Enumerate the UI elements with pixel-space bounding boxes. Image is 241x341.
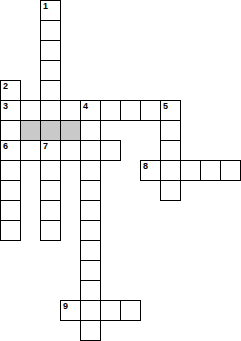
crossword-cell[interactable] <box>40 40 61 61</box>
crossword-cell[interactable] <box>100 300 121 321</box>
crossword-cell[interactable] <box>80 120 101 141</box>
clue-number: 7 <box>43 142 48 151</box>
crossword-cell[interactable] <box>80 140 101 161</box>
crossword-cell[interactable] <box>20 140 41 161</box>
shaded-cell <box>60 120 81 141</box>
crossword-cell[interactable] <box>80 260 101 281</box>
clue-number: 1 <box>43 2 48 11</box>
crossword-cell[interactable] <box>40 200 61 221</box>
crossword-cell[interactable]: 7 <box>40 140 61 161</box>
crossword-cell[interactable] <box>100 100 121 121</box>
crossword-cell[interactable]: 4 <box>80 100 101 121</box>
crossword-cell[interactable] <box>40 180 61 201</box>
crossword-cell[interactable] <box>0 200 21 221</box>
crossword-cell[interactable] <box>80 160 101 181</box>
crossword-cell[interactable] <box>0 120 21 141</box>
crossword-cell[interactable] <box>120 300 141 321</box>
crossword-cell[interactable] <box>60 100 81 121</box>
shaded-cell <box>20 120 41 141</box>
crossword-cell[interactable] <box>140 100 161 121</box>
clue-number: 8 <box>143 162 148 171</box>
crossword-cell[interactable] <box>80 320 101 341</box>
crossword-cell[interactable] <box>80 220 101 241</box>
crossword-cell[interactable] <box>160 140 181 161</box>
crossword-cell[interactable] <box>80 180 101 201</box>
crossword-cell[interactable] <box>40 220 61 241</box>
crossword-cell[interactable] <box>160 160 181 181</box>
crossword-cell[interactable] <box>120 100 141 121</box>
crossword-cell[interactable]: 2 <box>0 80 21 101</box>
crossword-board: 123456789 <box>0 0 241 341</box>
crossword-cell[interactable] <box>60 140 81 161</box>
crossword-cell[interactable]: 9 <box>60 300 81 321</box>
shaded-cell <box>40 120 61 141</box>
crossword-cell[interactable] <box>200 160 221 181</box>
clue-number: 6 <box>3 142 8 151</box>
crossword-cell[interactable] <box>0 160 21 181</box>
crossword-cell[interactable] <box>180 160 201 181</box>
crossword-cell[interactable] <box>40 60 61 81</box>
clue-number: 9 <box>63 302 68 311</box>
crossword-cell[interactable] <box>100 140 121 161</box>
crossword-cell[interactable] <box>80 240 101 261</box>
crossword-cell[interactable]: 5 <box>160 100 181 121</box>
crossword-cell[interactable] <box>160 180 181 201</box>
clue-number: 5 <box>163 102 168 111</box>
crossword-cell[interactable] <box>40 80 61 101</box>
crossword-cell[interactable] <box>80 300 101 321</box>
crossword-cell[interactable] <box>40 20 61 41</box>
crossword-cell[interactable]: 8 <box>140 160 161 181</box>
crossword-cell[interactable] <box>80 280 101 301</box>
crossword-cell[interactable] <box>20 100 41 121</box>
crossword-cell[interactable] <box>40 160 61 181</box>
clue-number: 3 <box>3 102 8 111</box>
crossword-cell[interactable]: 3 <box>0 100 21 121</box>
crossword-cell[interactable] <box>220 160 241 181</box>
crossword-cell[interactable]: 1 <box>40 0 61 21</box>
crossword-cell[interactable] <box>80 200 101 221</box>
clue-number: 4 <box>83 102 88 111</box>
crossword-cell[interactable] <box>40 100 61 121</box>
crossword-cell[interactable] <box>0 220 21 241</box>
crossword-cell[interactable] <box>160 120 181 141</box>
crossword-cell[interactable]: 6 <box>0 140 21 161</box>
crossword-cell[interactable] <box>0 180 21 201</box>
clue-number: 2 <box>3 82 8 91</box>
